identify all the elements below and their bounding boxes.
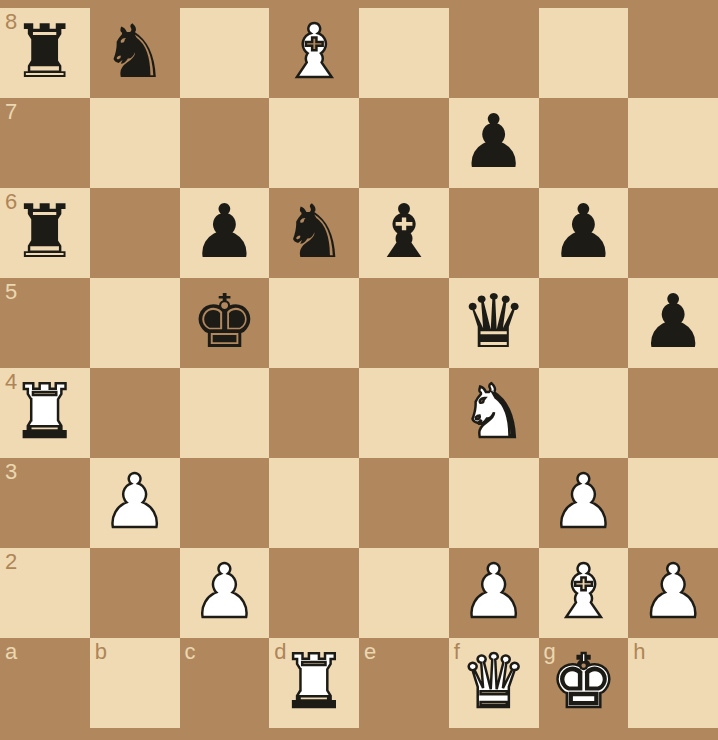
square-e6[interactable]: ♝	[359, 188, 449, 278]
square-h8[interactable]	[628, 8, 718, 98]
piece-black-rook-a8[interactable]: ♜	[12, 6, 78, 96]
square-d8[interactable]: ♝	[269, 8, 359, 98]
square-e2[interactable]	[359, 548, 449, 638]
piece-white-pawn-h2[interactable]: ♟	[640, 546, 706, 636]
piece-white-bishop-g2[interactable]: ♝	[550, 546, 616, 636]
rank-label-7: 7	[5, 101, 17, 123]
file-label-h: h	[633, 641, 645, 663]
piece-white-rook-a4[interactable]: ♜	[12, 366, 78, 456]
square-g7[interactable]	[539, 98, 629, 188]
file-label-c: c	[185, 641, 196, 663]
piece-white-pawn-f2[interactable]: ♟	[460, 546, 526, 636]
square-g4[interactable]	[539, 368, 629, 458]
file-label-b: b	[95, 641, 107, 663]
square-c3[interactable]	[180, 458, 270, 548]
square-g1[interactable]: g♚	[539, 638, 629, 728]
square-a3[interactable]: 3	[0, 458, 90, 548]
square-g6[interactable]: ♟	[539, 188, 629, 278]
square-c4[interactable]	[180, 368, 270, 458]
square-b3[interactable]: ♟	[90, 458, 180, 548]
square-a6[interactable]: 6♜	[0, 188, 90, 278]
square-f1[interactable]: f♛	[449, 638, 539, 728]
square-a1[interactable]: a	[0, 638, 90, 728]
square-h2[interactable]: ♟	[628, 548, 718, 638]
piece-black-knight-d6[interactable]: ♞	[281, 186, 347, 276]
piece-black-bishop-e6[interactable]: ♝	[371, 186, 437, 276]
piece-white-rook-d1[interactable]: ♜	[281, 636, 347, 726]
square-c1[interactable]: c	[180, 638, 270, 728]
square-e1[interactable]: e	[359, 638, 449, 728]
piece-black-pawn-f7[interactable]: ♟	[460, 96, 526, 186]
piece-black-pawn-h5[interactable]: ♟	[640, 276, 706, 366]
square-d5[interactable]	[269, 278, 359, 368]
square-h3[interactable]	[628, 458, 718, 548]
square-e8[interactable]	[359, 8, 449, 98]
square-f7[interactable]: ♟	[449, 98, 539, 188]
square-h7[interactable]	[628, 98, 718, 188]
square-d4[interactable]	[269, 368, 359, 458]
piece-white-bishop-d8[interactable]: ♝	[281, 6, 347, 96]
piece-white-pawn-c2[interactable]: ♟	[191, 546, 257, 636]
square-b7[interactable]	[90, 98, 180, 188]
square-d7[interactable]	[269, 98, 359, 188]
square-b5[interactable]	[90, 278, 180, 368]
square-a7[interactable]: 7	[0, 98, 90, 188]
square-b2[interactable]	[90, 548, 180, 638]
square-e5[interactable]	[359, 278, 449, 368]
file-label-f: f	[454, 641, 460, 663]
square-c8[interactable]	[180, 8, 270, 98]
file-label-a: a	[5, 641, 17, 663]
piece-white-king-g1[interactable]: ♚	[550, 636, 616, 726]
piece-white-knight-f4[interactable]: ♞	[460, 366, 526, 456]
rank-label-2: 2	[5, 551, 17, 573]
square-d2[interactable]	[269, 548, 359, 638]
piece-black-knight-b8[interactable]: ♞	[101, 6, 167, 96]
square-f6[interactable]	[449, 188, 539, 278]
square-h6[interactable]	[628, 188, 718, 278]
square-c7[interactable]	[180, 98, 270, 188]
piece-black-pawn-g6[interactable]: ♟	[550, 186, 616, 276]
square-f4[interactable]: ♞	[449, 368, 539, 458]
piece-white-pawn-g3[interactable]: ♟	[550, 456, 616, 546]
square-f8[interactable]	[449, 8, 539, 98]
square-b4[interactable]	[90, 368, 180, 458]
rank-label-5: 5	[5, 281, 17, 303]
piece-black-pawn-c6[interactable]: ♟	[191, 186, 257, 276]
square-b8[interactable]: ♞	[90, 8, 180, 98]
square-c6[interactable]: ♟	[180, 188, 270, 278]
square-d3[interactable]	[269, 458, 359, 548]
square-a5[interactable]: 5	[0, 278, 90, 368]
square-c2[interactable]: ♟	[180, 548, 270, 638]
piece-black-king-c5[interactable]: ♚	[191, 276, 257, 366]
square-g3[interactable]: ♟	[539, 458, 629, 548]
piece-white-queen-f1[interactable]: ♛	[460, 636, 526, 726]
chess-board: 8♜♞♝7♟6♜♟♞♝♟5♚♛♟4♜♞3♟♟2♟♟♝♟abcd♜ef♛g♚h	[0, 8, 718, 728]
square-g5[interactable]	[539, 278, 629, 368]
square-h4[interactable]	[628, 368, 718, 458]
piece-black-queen-f5[interactable]: ♛	[460, 276, 526, 366]
square-b6[interactable]	[90, 188, 180, 278]
square-f3[interactable]	[449, 458, 539, 548]
square-d6[interactable]: ♞	[269, 188, 359, 278]
rank-label-3: 3	[5, 461, 17, 483]
square-e3[interactable]	[359, 458, 449, 548]
square-c5[interactable]: ♚	[180, 278, 270, 368]
square-g2[interactable]: ♝	[539, 548, 629, 638]
square-a4[interactable]: 4♜	[0, 368, 90, 458]
piece-black-rook-a6[interactable]: ♜	[12, 186, 78, 276]
square-a8[interactable]: 8♜	[0, 8, 90, 98]
chess-board-screenshot: 8♜♞♝7♟6♜♟♞♝♟5♚♛♟4♜♞3♟♟2♟♟♝♟abcd♜ef♛g♚h	[0, 0, 718, 740]
piece-white-pawn-b3[interactable]: ♟	[101, 456, 167, 546]
square-h5[interactable]: ♟	[628, 278, 718, 368]
square-a2[interactable]: 2	[0, 548, 90, 638]
square-g8[interactable]	[539, 8, 629, 98]
square-d1[interactable]: d♜	[269, 638, 359, 728]
square-b1[interactable]: b	[90, 638, 180, 728]
square-f5[interactable]: ♛	[449, 278, 539, 368]
square-e7[interactable]	[359, 98, 449, 188]
square-h1[interactable]: h	[628, 638, 718, 728]
file-label-e: e	[364, 641, 376, 663]
square-e4[interactable]	[359, 368, 449, 458]
board-bottom-edge	[0, 728, 718, 740]
square-f2[interactable]: ♟	[449, 548, 539, 638]
